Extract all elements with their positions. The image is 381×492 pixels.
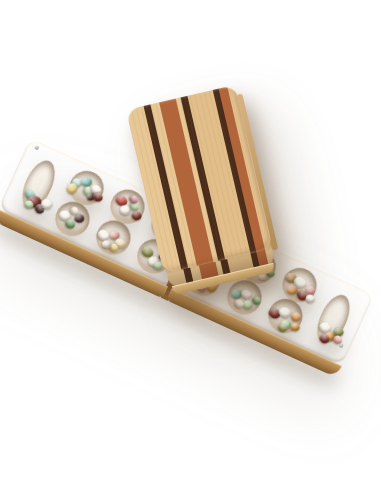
page-background — [0, 0, 381, 492]
gem-stone — [81, 176, 93, 186]
